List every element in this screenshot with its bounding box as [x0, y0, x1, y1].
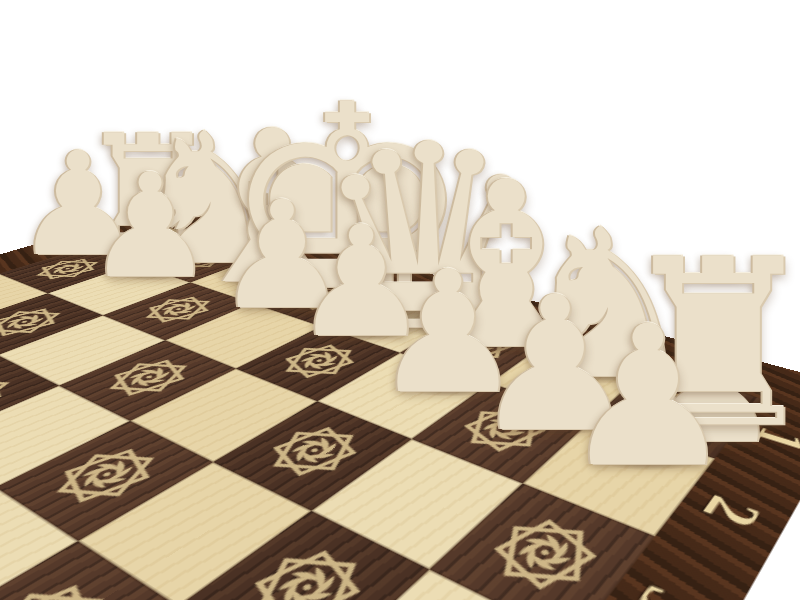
chess-set-photo: 123 ♜♞♝♚♛♝♞♟♜♟♟♟♟♟♟♟ — [0, 0, 800, 600]
eternity-star-ornament — [425, 323, 529, 370]
eternity-star-ornament — [442, 396, 566, 464]
chess-board: 123 — [0, 205, 800, 600]
board-scene: 123 — [0, 0, 800, 600]
board-grid — [0, 225, 761, 600]
